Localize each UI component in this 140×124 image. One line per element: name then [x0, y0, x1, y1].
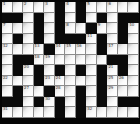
white-cell[interactable] [128, 2, 139, 13]
black-cell [13, 86, 24, 97]
black-cell [34, 13, 45, 24]
black-cell [118, 97, 129, 108]
crossword-grid: 1234567891011121314151617181920212223242… [2, 2, 139, 118]
black-cell [55, 2, 66, 13]
black-cell [97, 97, 108, 108]
black-cell [34, 23, 45, 34]
black-cell [55, 97, 66, 108]
white-cell[interactable] [65, 76, 76, 87]
clue-number: 7 [3, 23, 5, 27]
white-cell[interactable] [107, 23, 118, 34]
white-cell[interactable] [118, 2, 129, 13]
clue-number: 3 [45, 2, 47, 6]
white-cell[interactable] [86, 65, 97, 76]
white-cell[interactable]: 9 [97, 23, 108, 34]
white-cell[interactable]: 12 [2, 44, 13, 55]
black-cell [55, 23, 66, 34]
white-cell[interactable] [44, 13, 55, 24]
clue-number: 25 [108, 76, 113, 80]
white-cell[interactable] [55, 55, 66, 66]
white-cell[interactable] [86, 76, 97, 87]
clue-number: 29 [108, 86, 113, 90]
white-cell[interactable] [128, 107, 139, 118]
white-cell[interactable] [34, 107, 45, 118]
white-cell[interactable]: 28 [55, 86, 66, 97]
white-cell[interactable] [86, 86, 97, 97]
white-cell[interactable]: 4 [65, 2, 76, 13]
clue-number: 9 [98, 23, 100, 27]
white-cell[interactable] [23, 34, 34, 45]
white-cell[interactable] [23, 23, 34, 34]
black-cell [76, 86, 87, 97]
white-cell[interactable] [13, 23, 24, 34]
white-cell[interactable]: 2 [23, 2, 34, 13]
clue-number: 8 [66, 23, 68, 27]
clue-number: 11 [87, 34, 92, 38]
clue-number: 30 [45, 97, 50, 101]
white-cell[interactable]: 23 [44, 76, 55, 87]
white-cell[interactable]: 31 [2, 107, 13, 118]
white-cell[interactable] [76, 76, 87, 87]
clue-number: 23 [45, 76, 50, 80]
white-cell[interactable]: 26 [118, 76, 129, 87]
white-cell[interactable]: 11 [86, 34, 97, 45]
white-cell[interactable] [128, 65, 139, 76]
white-cell[interactable] [128, 44, 139, 55]
clue-number: 4 [66, 2, 68, 6]
black-cell [118, 34, 129, 45]
black-cell [118, 23, 129, 34]
white-cell[interactable] [23, 13, 34, 24]
black-cell [34, 76, 45, 87]
black-cell [55, 13, 66, 24]
white-cell[interactable] [65, 86, 76, 97]
white-cell[interactable] [23, 107, 34, 118]
white-cell[interactable] [118, 86, 129, 97]
clue-number: 13 [35, 44, 40, 48]
white-cell[interactable] [86, 55, 97, 66]
black-cell [76, 97, 87, 108]
clue-number: 14 [56, 44, 61, 48]
black-cell [76, 65, 87, 76]
white-cell[interactable] [65, 55, 76, 66]
black-cell [13, 34, 24, 45]
black-cell [97, 34, 108, 45]
white-cell[interactable] [107, 13, 118, 24]
white-cell[interactable] [2, 55, 13, 66]
white-cell[interactable] [23, 44, 34, 55]
white-cell[interactable]: 6 [107, 2, 118, 13]
black-cell [34, 97, 45, 108]
white-cell[interactable] [13, 107, 24, 118]
white-cell[interactable]: 10 [128, 23, 139, 34]
clue-number: 18 [35, 55, 40, 59]
white-cell[interactable] [44, 23, 55, 34]
white-cell[interactable] [118, 44, 129, 55]
white-cell[interactable]: 32 [86, 107, 97, 118]
clue-number: 22 [3, 76, 8, 80]
clue-number: 16 [77, 44, 82, 48]
clue-number: 24 [56, 76, 61, 80]
white-cell[interactable] [65, 97, 76, 108]
white-cell[interactable] [128, 34, 139, 45]
white-cell[interactable]: 29 [107, 86, 118, 97]
white-cell[interactable] [76, 55, 87, 66]
white-cell[interactable]: 16 [76, 44, 87, 55]
black-cell [13, 65, 24, 76]
clue-number: 32 [87, 107, 92, 111]
white-cell[interactable]: 22 [2, 76, 13, 87]
black-cell [97, 76, 108, 87]
white-cell[interactable] [86, 13, 97, 24]
black-cell [76, 13, 87, 24]
black-cell [97, 44, 108, 55]
white-cell[interactable]: 5 [86, 2, 97, 13]
white-cell[interactable]: 30 [44, 97, 55, 108]
black-cell [13, 97, 24, 108]
black-cell [97, 65, 108, 76]
black-cell [13, 55, 24, 66]
clue-number: 19 [45, 55, 50, 59]
white-cell[interactable] [128, 76, 139, 87]
white-cell[interactable] [107, 107, 118, 118]
clue-number: 12 [3, 44, 8, 48]
white-cell[interactable]: 14 [55, 44, 66, 55]
clue-number: 27 [24, 86, 29, 90]
clue-number: 20 [24, 65, 29, 69]
white-cell[interactable] [2, 86, 13, 97]
clue-number: 10 [129, 23, 134, 27]
clue-number: 5 [87, 2, 89, 6]
clue-number: 6 [108, 2, 110, 6]
white-cell[interactable]: 27 [23, 86, 34, 97]
white-cell[interactable] [97, 2, 108, 13]
white-cell[interactable] [107, 97, 118, 108]
black-cell [97, 86, 108, 97]
clue-number: 26 [119, 76, 124, 80]
black-cell [76, 2, 87, 13]
white-cell[interactable]: 1 [2, 2, 13, 13]
white-cell[interactable] [13, 76, 24, 87]
white-cell[interactable] [97, 55, 108, 66]
white-cell[interactable] [34, 86, 45, 97]
black-cell [34, 65, 45, 76]
white-cell[interactable] [128, 86, 139, 97]
white-cell[interactable]: 17 [107, 44, 118, 55]
white-cell[interactable]: 15 [65, 44, 76, 55]
crossword-puzzle: 1234567891011121314151617181920212223242… [0, 0, 140, 124]
clue-number: 15 [66, 44, 71, 48]
white-cell[interactable] [76, 23, 87, 34]
white-cell[interactable]: 7 [2, 23, 13, 34]
clue-number: 21 [108, 65, 113, 69]
white-cell[interactable] [128, 55, 139, 66]
white-cell[interactable] [13, 2, 24, 13]
white-cell[interactable]: 3 [44, 2, 55, 13]
white-cell[interactable]: 19 [44, 55, 55, 66]
white-cell[interactable] [34, 2, 45, 13]
white-cell[interactable] [118, 107, 129, 118]
white-cell[interactable] [65, 107, 76, 118]
clue-number: 17 [108, 44, 113, 48]
black-cell [128, 97, 139, 108]
white-cell[interactable] [13, 44, 24, 55]
black-cell [118, 13, 129, 24]
white-cell[interactable] [97, 107, 108, 118]
clue-number: 1 [3, 2, 5, 6]
white-cell[interactable] [44, 34, 55, 45]
white-cell[interactable] [86, 44, 97, 55]
black-cell [13, 13, 24, 24]
black-cell [55, 107, 66, 118]
white-cell[interactable] [65, 65, 76, 76]
white-cell[interactable] [23, 97, 34, 108]
black-cell [118, 55, 129, 66]
clue-number: 28 [56, 86, 61, 90]
black-cell [76, 107, 87, 118]
clue-number: 2 [24, 2, 26, 6]
clue-number: 31 [3, 107, 8, 111]
white-cell[interactable]: 18 [34, 55, 45, 66]
white-cell[interactable] [44, 107, 55, 118]
white-cell[interactable]: 20 [23, 65, 34, 76]
white-cell[interactable]: 8 [65, 23, 76, 34]
